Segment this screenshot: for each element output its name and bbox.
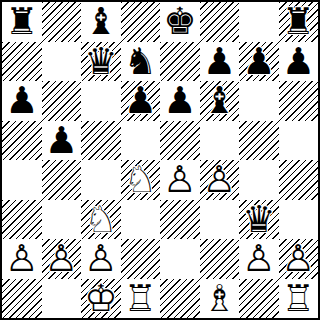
square-d2[interactable] — [121, 239, 161, 279]
square-h8[interactable]: ♜♜ — [279, 2, 319, 42]
white-pawn-icon: ♙ — [2, 239, 42, 279]
piece-white-knight[interactable]: ♞♘ — [81, 200, 121, 240]
square-e7[interactable] — [160, 42, 200, 82]
piece-black-queen[interactable]: ♛♛ — [239, 200, 279, 240]
square-a8[interactable]: ♜♜ — [2, 2, 42, 42]
square-f4[interactable]: ♟♙ — [200, 160, 240, 200]
white-pawn-icon: ♙ — [200, 160, 240, 200]
black-pawn-icon: ♟ — [2, 81, 42, 121]
square-f8[interactable] — [200, 2, 240, 42]
square-e8[interactable]: ♚♚ — [160, 2, 200, 42]
black-knight-icon: ♞ — [121, 42, 161, 82]
white-rook-icon: ♖ — [121, 279, 161, 319]
white-pawn-icon: ♙ — [239, 239, 279, 279]
black-pawn-icon: ♟ — [121, 81, 161, 121]
square-c4[interactable] — [81, 160, 121, 200]
black-bishop-icon: ♝ — [81, 2, 121, 42]
square-d5[interactable] — [121, 121, 161, 161]
chess-board: ♜♜♝♝♚♚♜♜♛♛♞♞♟♟♟♟♟♟♟♟♟♟♟♟♝♝♟♟♞♘♟♙♟♙♞♘♛♛♟♙… — [0, 0, 320, 320]
black-bishop-icon: ♝ — [200, 81, 240, 121]
white-rook-icon: ♖ — [279, 279, 319, 319]
square-c6[interactable] — [81, 81, 121, 121]
piece-white-pawn[interactable]: ♟♙ — [81, 239, 121, 279]
square-c5[interactable] — [81, 121, 121, 161]
piece-black-rook[interactable]: ♜♜ — [279, 2, 319, 42]
piece-black-king[interactable]: ♚♚ — [160, 2, 200, 42]
square-b2[interactable]: ♟♙ — [42, 239, 82, 279]
square-h4[interactable] — [279, 160, 319, 200]
square-a6[interactable]: ♟♟ — [2, 81, 42, 121]
square-a1[interactable] — [2, 279, 42, 319]
piece-black-pawn[interactable]: ♟♟ — [2, 81, 42, 121]
square-e2[interactable] — [160, 239, 200, 279]
square-h2[interactable]: ♟♙ — [279, 239, 319, 279]
square-g2[interactable]: ♟♙ — [239, 239, 279, 279]
square-a7[interactable] — [2, 42, 42, 82]
black-king-icon: ♚ — [160, 2, 200, 42]
square-f1[interactable]: ♝♗ — [200, 279, 240, 319]
piece-black-bishop[interactable]: ♝♝ — [200, 81, 240, 121]
piece-black-queen[interactable]: ♛♛ — [81, 42, 121, 82]
square-a3[interactable] — [2, 200, 42, 240]
piece-black-bishop[interactable]: ♝♝ — [81, 2, 121, 42]
square-f7[interactable]: ♟♟ — [200, 42, 240, 82]
square-d1[interactable]: ♜♖ — [121, 279, 161, 319]
white-pawn-icon: ♙ — [42, 239, 82, 279]
square-a2[interactable]: ♟♙ — [2, 239, 42, 279]
black-pawn-icon: ♟ — [200, 42, 240, 82]
square-c3[interactable]: ♞♘ — [81, 200, 121, 240]
square-g1[interactable] — [239, 279, 279, 319]
square-g3[interactable]: ♛♛ — [239, 200, 279, 240]
white-king-icon: ♔ — [81, 279, 121, 319]
square-b8[interactable] — [42, 2, 82, 42]
piece-white-pawn[interactable]: ♟♙ — [200, 160, 240, 200]
square-b5[interactable]: ♟♟ — [42, 121, 82, 161]
black-pawn-icon: ♟ — [239, 42, 279, 82]
piece-black-pawn[interactable]: ♟♟ — [160, 81, 200, 121]
square-g6[interactable] — [239, 81, 279, 121]
square-b6[interactable] — [42, 81, 82, 121]
white-pawn-icon: ♙ — [279, 239, 319, 279]
black-rook-icon: ♜ — [279, 2, 319, 42]
piece-black-knight[interactable]: ♞♞ — [121, 42, 161, 82]
square-g5[interactable] — [239, 121, 279, 161]
square-a4[interactable] — [2, 160, 42, 200]
square-c8[interactable]: ♝♝ — [81, 2, 121, 42]
white-pawn-icon: ♙ — [160, 160, 200, 200]
black-rook-icon: ♜ — [2, 2, 42, 42]
square-g7[interactable]: ♟♟ — [239, 42, 279, 82]
square-c1[interactable]: ♚♔ — [81, 279, 121, 319]
piece-black-pawn[interactable]: ♟♟ — [200, 42, 240, 82]
white-pawn-icon: ♙ — [81, 239, 121, 279]
square-d3[interactable] — [121, 200, 161, 240]
black-pawn-icon: ♟ — [160, 81, 200, 121]
square-f2[interactable] — [200, 239, 240, 279]
piece-black-pawn[interactable]: ♟♟ — [121, 81, 161, 121]
square-f3[interactable] — [200, 200, 240, 240]
square-e4[interactable]: ♟♙ — [160, 160, 200, 200]
square-b1[interactable] — [42, 279, 82, 319]
square-g8[interactable] — [239, 2, 279, 42]
square-d4[interactable]: ♞♘ — [121, 160, 161, 200]
square-f6[interactable]: ♝♝ — [200, 81, 240, 121]
square-f5[interactable] — [200, 121, 240, 161]
square-b7[interactable] — [42, 42, 82, 82]
piece-white-pawn[interactable]: ♟♙ — [42, 239, 82, 279]
square-h5[interactable] — [279, 121, 319, 161]
square-e5[interactable] — [160, 121, 200, 161]
square-e6[interactable]: ♟♟ — [160, 81, 200, 121]
square-e3[interactable] — [160, 200, 200, 240]
black-queen-icon: ♛ — [239, 200, 279, 240]
square-a5[interactable] — [2, 121, 42, 161]
square-h1[interactable]: ♜♖ — [279, 279, 319, 319]
piece-white-bishop[interactable]: ♝♗ — [200, 279, 240, 319]
black-pawn-icon: ♟ — [42, 121, 82, 161]
piece-white-pawn[interactable]: ♟♙ — [160, 160, 200, 200]
square-g4[interactable] — [239, 160, 279, 200]
piece-black-pawn[interactable]: ♟♟ — [279, 42, 319, 82]
square-e1[interactable] — [160, 279, 200, 319]
square-h3[interactable] — [279, 200, 319, 240]
black-pawn-icon: ♟ — [279, 42, 319, 82]
square-h6[interactable] — [279, 81, 319, 121]
piece-black-pawn[interactable]: ♟♟ — [239, 42, 279, 82]
piece-white-rook[interactable]: ♜♖ — [121, 279, 161, 319]
piece-white-pawn[interactable]: ♟♙ — [2, 239, 42, 279]
square-c7[interactable]: ♛♛ — [81, 42, 121, 82]
piece-white-pawn[interactable]: ♟♙ — [279, 239, 319, 279]
square-d6[interactable]: ♟♟ — [121, 81, 161, 121]
piece-white-pawn[interactable]: ♟♙ — [239, 239, 279, 279]
square-b3[interactable] — [42, 200, 82, 240]
square-d8[interactable] — [121, 2, 161, 42]
square-h7[interactable]: ♟♟ — [279, 42, 319, 82]
white-bishop-icon: ♗ — [200, 279, 240, 319]
piece-black-rook[interactable]: ♜♜ — [2, 2, 42, 42]
piece-white-knight[interactable]: ♞♘ — [121, 160, 161, 200]
square-b4[interactable] — [42, 160, 82, 200]
piece-white-king[interactable]: ♚♔ — [81, 279, 121, 319]
white-knight-icon: ♘ — [81, 200, 121, 240]
white-knight-icon: ♘ — [121, 160, 161, 200]
black-queen-icon: ♛ — [81, 42, 121, 82]
square-c2[interactable]: ♟♙ — [81, 239, 121, 279]
square-d7[interactable]: ♞♞ — [121, 42, 161, 82]
piece-white-rook[interactable]: ♜♖ — [279, 279, 319, 319]
piece-black-pawn[interactable]: ♟♟ — [42, 121, 82, 161]
